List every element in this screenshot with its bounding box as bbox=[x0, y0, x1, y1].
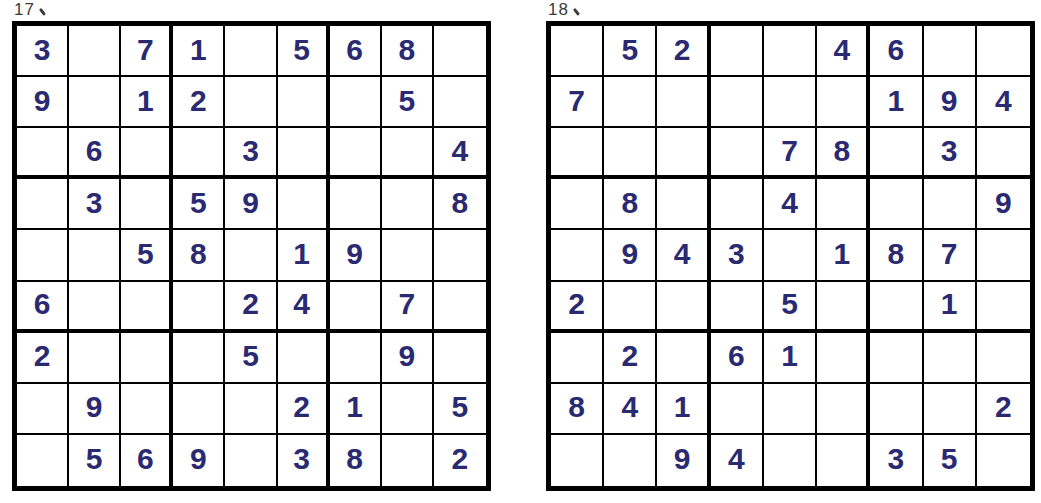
cell-r9c7[interactable]: 8 bbox=[330, 435, 382, 486]
cell-r1c6[interactable]: 4 bbox=[817, 26, 870, 77]
cell-r7c5[interactable]: 5 bbox=[225, 333, 277, 384]
given-digit: 2 bbox=[452, 444, 469, 474]
cell-r3c3[interactable] bbox=[657, 128, 710, 179]
cell-r4c1[interactable] bbox=[551, 179, 604, 230]
cell-r7c6[interactable] bbox=[278, 333, 330, 384]
cell-r9c7[interactable]: 3 bbox=[870, 435, 923, 486]
cell-r8c6[interactable]: 2 bbox=[278, 384, 330, 435]
cell-r9c8[interactable] bbox=[382, 435, 434, 486]
given-digit: 3 bbox=[293, 444, 310, 474]
cell-r5c6[interactable]: 1 bbox=[817, 230, 870, 281]
given-digit: 4 bbox=[674, 239, 691, 269]
cell-r8c5[interactable] bbox=[764, 384, 817, 435]
cell-r5c4[interactable]: 8 bbox=[173, 230, 225, 281]
cell-r6c3[interactable] bbox=[121, 282, 173, 333]
cell-r5c4[interactable]: 3 bbox=[711, 230, 764, 281]
cell-r8c6[interactable] bbox=[817, 384, 870, 435]
given-digit: 2 bbox=[293, 392, 310, 422]
given-digit: 3 bbox=[941, 136, 958, 166]
given-digit: 1 bbox=[674, 392, 691, 422]
cell-r5c7[interactable]: 8 bbox=[870, 230, 923, 281]
cell-r2c4[interactable]: 2 bbox=[173, 77, 225, 128]
cell-r5c6[interactable]: 1 bbox=[278, 230, 330, 281]
cell-r2c9[interactable] bbox=[434, 77, 486, 128]
given-digit: 5 bbox=[293, 35, 310, 65]
given-digit: 4 bbox=[781, 188, 798, 218]
given-digit: 2 bbox=[621, 341, 638, 371]
cell-r2c3[interactable]: 1 bbox=[121, 77, 173, 128]
given-digit: 5 bbox=[621, 35, 638, 65]
sudoku-board-18: 5246719478384994318725126184129435 bbox=[546, 21, 1035, 491]
cell-r9c1[interactable] bbox=[551, 435, 604, 486]
cell-r4c6[interactable] bbox=[278, 179, 330, 230]
cell-r8c1[interactable] bbox=[17, 384, 69, 435]
given-digit: 5 bbox=[86, 444, 103, 474]
given-digit: 3 bbox=[86, 188, 103, 218]
given-digit: 5 bbox=[781, 289, 798, 319]
given-digit: 8 bbox=[833, 136, 850, 166]
cell-r7c3[interactable] bbox=[657, 333, 710, 384]
given-digit: 2 bbox=[995, 392, 1012, 422]
cell-r4c9[interactable]: 9 bbox=[977, 179, 1030, 230]
given-digit: 8 bbox=[621, 188, 638, 218]
cell-r6c6[interactable]: 4 bbox=[278, 282, 330, 333]
cell-r1c7[interactable]: 6 bbox=[870, 26, 923, 77]
cell-r1c8[interactable] bbox=[924, 26, 977, 77]
cell-r7c7[interactable] bbox=[330, 333, 382, 384]
cell-r9c5[interactable] bbox=[764, 435, 817, 486]
given-digit: 9 bbox=[34, 86, 51, 116]
given-digit: 1 bbox=[190, 35, 207, 65]
given-digit: 8 bbox=[190, 239, 207, 269]
cell-r8c2[interactable]: 4 bbox=[604, 384, 657, 435]
cell-r5c3[interactable]: 4 bbox=[657, 230, 710, 281]
cell-r6c5[interactable]: 5 bbox=[764, 282, 817, 333]
given-digit: 9 bbox=[346, 239, 363, 269]
cell-r8c5[interactable] bbox=[225, 384, 277, 435]
given-digit: 7 bbox=[941, 239, 958, 269]
given-digit: 7 bbox=[781, 136, 798, 166]
cell-r8c9[interactable]: 5 bbox=[434, 384, 486, 435]
puzzle-17-label: 17 bbox=[14, 0, 47, 20]
cell-r6c3[interactable] bbox=[657, 282, 710, 333]
cell-r2c1[interactable]: 9 bbox=[17, 77, 69, 128]
given-digit: 6 bbox=[34, 289, 51, 319]
cell-r3c4[interactable] bbox=[173, 128, 225, 179]
cell-r7c9[interactable] bbox=[977, 333, 1030, 384]
cell-r8c7[interactable]: 1 bbox=[330, 384, 382, 435]
cell-r3c8[interactable]: 3 bbox=[924, 128, 977, 179]
cell-r4c3[interactable] bbox=[121, 179, 173, 230]
cell-r6c4[interactable] bbox=[711, 282, 764, 333]
given-digit: 4 bbox=[293, 289, 310, 319]
given-digit: 9 bbox=[941, 86, 958, 116]
cell-r8c7[interactable] bbox=[870, 384, 923, 435]
puzzle-18-number: 18 bbox=[548, 0, 569, 20]
cell-r7c2[interactable]: 2 bbox=[604, 333, 657, 384]
cell-r7c8[interactable]: 9 bbox=[382, 333, 434, 384]
given-digit: 4 bbox=[995, 86, 1012, 116]
cell-r2c5[interactable] bbox=[225, 77, 277, 128]
cell-r7c1[interactable]: 2 bbox=[17, 333, 69, 384]
cell-r2c7[interactable] bbox=[330, 77, 382, 128]
cell-r6c9[interactable] bbox=[434, 282, 486, 333]
cell-r8c3[interactable]: 1 bbox=[657, 384, 710, 435]
cell-r4c6[interactable] bbox=[817, 179, 870, 230]
cell-r1c3[interactable]: 7 bbox=[121, 26, 173, 77]
cell-r9c9[interactable]: 2 bbox=[434, 435, 486, 486]
cell-r1c7[interactable]: 6 bbox=[330, 26, 382, 77]
puzzle-18-label: 18 bbox=[548, 0, 581, 20]
given-digit: 6 bbox=[346, 35, 363, 65]
cell-r7c4[interactable]: 6 bbox=[711, 333, 764, 384]
cell-r9c2[interactable]: 5 bbox=[69, 435, 121, 486]
cell-r6c2[interactable] bbox=[69, 282, 121, 333]
cell-r3c9[interactable] bbox=[977, 128, 1030, 179]
cell-r4c4[interactable] bbox=[711, 179, 764, 230]
cell-r9c5[interactable] bbox=[225, 435, 277, 486]
cell-r4c3[interactable] bbox=[657, 179, 710, 230]
cell-r1c5[interactable] bbox=[225, 26, 277, 77]
cell-r2c6[interactable] bbox=[278, 77, 330, 128]
cell-r8c8[interactable] bbox=[924, 384, 977, 435]
cell-r3c9[interactable]: 4 bbox=[434, 128, 486, 179]
cell-r3c7[interactable] bbox=[330, 128, 382, 179]
cell-r6c8[interactable]: 7 bbox=[382, 282, 434, 333]
given-digit: 8 bbox=[398, 35, 415, 65]
cell-r7c2[interactable] bbox=[69, 333, 121, 384]
cell-r2c4[interactable] bbox=[711, 77, 764, 128]
cell-r3c6[interactable]: 8 bbox=[817, 128, 870, 179]
cell-r9c8[interactable]: 5 bbox=[924, 435, 977, 486]
given-digit: 9 bbox=[242, 188, 259, 218]
given-digit: 5 bbox=[242, 341, 259, 371]
given-digit: 8 bbox=[452, 188, 469, 218]
cell-r9c3[interactable]: 6 bbox=[121, 435, 173, 486]
cell-r1c9[interactable] bbox=[434, 26, 486, 77]
cell-r8c4[interactable] bbox=[173, 384, 225, 435]
given-digit: 6 bbox=[728, 341, 745, 371]
given-digit: 3 bbox=[34, 35, 51, 65]
cell-r5c1[interactable] bbox=[551, 230, 604, 281]
given-digit: 5 bbox=[190, 188, 207, 218]
cell-r4c5[interactable]: 9 bbox=[225, 179, 277, 230]
cell-r1c4[interactable] bbox=[711, 26, 764, 77]
cell-r3c4[interactable] bbox=[711, 128, 764, 179]
cell-r7c3[interactable] bbox=[121, 333, 173, 384]
cell-r1c1[interactable] bbox=[551, 26, 604, 77]
given-digit: 5 bbox=[452, 392, 469, 422]
cell-r6c5[interactable]: 2 bbox=[225, 282, 277, 333]
cell-r5c1[interactable] bbox=[17, 230, 69, 281]
given-digit: 6 bbox=[137, 444, 154, 474]
cell-r3c5[interactable]: 7 bbox=[764, 128, 817, 179]
cell-r5c2[interactable] bbox=[69, 230, 121, 281]
cell-r5c9[interactable] bbox=[977, 230, 1030, 281]
cell-r2c1[interactable]: 7 bbox=[551, 77, 604, 128]
given-digit: 4 bbox=[728, 444, 745, 474]
cell-r7c6[interactable] bbox=[817, 333, 870, 384]
cell-r6c8[interactable]: 1 bbox=[924, 282, 977, 333]
cell-r6c2[interactable] bbox=[604, 282, 657, 333]
cell-r4c8[interactable] bbox=[382, 179, 434, 230]
cell-r9c2[interactable] bbox=[604, 435, 657, 486]
given-digit: 5 bbox=[137, 239, 154, 269]
cell-r1c2[interactable] bbox=[69, 26, 121, 77]
cell-r5c2[interactable]: 9 bbox=[604, 230, 657, 281]
cell-r3c2[interactable]: 6 bbox=[69, 128, 121, 179]
cell-r7c7[interactable] bbox=[870, 333, 923, 384]
cell-r7c4[interactable] bbox=[173, 333, 225, 384]
cell-r1c3[interactable]: 2 bbox=[657, 26, 710, 77]
cell-r5c5[interactable] bbox=[764, 230, 817, 281]
cell-r1c8[interactable]: 8 bbox=[382, 26, 434, 77]
cell-r5c3[interactable]: 5 bbox=[121, 230, 173, 281]
cell-r2c6[interactable] bbox=[817, 77, 870, 128]
puzzle-17-number: 17 bbox=[14, 0, 35, 20]
cell-r5c5[interactable] bbox=[225, 230, 277, 281]
cell-r6c4[interactable] bbox=[173, 282, 225, 333]
sudoku-board-17: 37156891256343598581962472599215569382 bbox=[12, 21, 491, 491]
given-digit: 9 bbox=[86, 392, 103, 422]
given-digit: 2 bbox=[674, 35, 691, 65]
cell-r7c1[interactable] bbox=[551, 333, 604, 384]
cell-r4c7[interactable] bbox=[330, 179, 382, 230]
given-digit: 1 bbox=[888, 86, 905, 116]
cell-r4c7[interactable] bbox=[870, 179, 923, 230]
given-digit: 1 bbox=[137, 86, 154, 116]
cell-r9c9[interactable] bbox=[977, 435, 1030, 486]
cell-r5c9[interactable] bbox=[434, 230, 486, 281]
cell-r6c1[interactable]: 2 bbox=[551, 282, 604, 333]
cell-r9c4[interactable]: 4 bbox=[711, 435, 764, 486]
given-digit: 9 bbox=[190, 444, 207, 474]
cell-r2c7[interactable]: 1 bbox=[870, 77, 923, 128]
given-digit: 2 bbox=[34, 341, 51, 371]
cell-r6c7[interactable] bbox=[870, 282, 923, 333]
cell-r2c3[interactable] bbox=[657, 77, 710, 128]
cell-r6c1[interactable]: 6 bbox=[17, 282, 69, 333]
given-digit: 6 bbox=[86, 136, 103, 166]
cell-r2c2[interactable] bbox=[604, 77, 657, 128]
cell-r2c9[interactable]: 4 bbox=[977, 77, 1030, 128]
given-digit: 2 bbox=[190, 86, 207, 116]
cell-r4c2[interactable]: 8 bbox=[604, 179, 657, 230]
cell-r2c8[interactable]: 9 bbox=[924, 77, 977, 128]
given-digit: 8 bbox=[888, 239, 905, 269]
cell-r1c9[interactable] bbox=[977, 26, 1030, 77]
cell-r5c7[interactable]: 9 bbox=[330, 230, 382, 281]
cell-r2c2[interactable] bbox=[69, 77, 121, 128]
cell-r4c2[interactable]: 3 bbox=[69, 179, 121, 230]
given-digit: 9 bbox=[674, 444, 691, 474]
cell-r8c8[interactable] bbox=[382, 384, 434, 435]
cell-r4c9[interactable]: 8 bbox=[434, 179, 486, 230]
cell-r3c2[interactable] bbox=[604, 128, 657, 179]
cell-r5c8[interactable]: 7 bbox=[924, 230, 977, 281]
cell-r9c1[interactable] bbox=[17, 435, 69, 486]
cell-r1c4[interactable]: 1 bbox=[173, 26, 225, 77]
given-digit: 4 bbox=[621, 392, 638, 422]
cell-r6c7[interactable] bbox=[330, 282, 382, 333]
cell-r1c1[interactable]: 3 bbox=[17, 26, 69, 77]
given-digit: 7 bbox=[398, 289, 415, 319]
given-digit: 4 bbox=[452, 136, 469, 166]
enumeration-comma-icon bbox=[40, 8, 47, 15]
cell-r1c2[interactable]: 5 bbox=[604, 26, 657, 77]
given-digit: 5 bbox=[941, 444, 958, 474]
given-digit: 2 bbox=[242, 289, 259, 319]
cell-r8c2[interactable]: 9 bbox=[69, 384, 121, 435]
given-digit: 3 bbox=[242, 136, 259, 166]
cell-r7c8[interactable] bbox=[924, 333, 977, 384]
given-digit: 7 bbox=[568, 86, 585, 116]
cell-r1c6[interactable]: 5 bbox=[278, 26, 330, 77]
given-digit: 1 bbox=[781, 341, 798, 371]
cell-r3c8[interactable] bbox=[382, 128, 434, 179]
cell-r9c4[interactable]: 9 bbox=[173, 435, 225, 486]
cell-r4c4[interactable]: 5 bbox=[173, 179, 225, 230]
cell-r3c6[interactable] bbox=[278, 128, 330, 179]
enumeration-comma-icon bbox=[574, 8, 581, 15]
given-digit: 8 bbox=[568, 392, 585, 422]
cell-r3c3[interactable] bbox=[121, 128, 173, 179]
given-digit: 1 bbox=[346, 392, 363, 422]
given-digit: 1 bbox=[941, 289, 958, 319]
given-digit: 9 bbox=[995, 188, 1012, 218]
cell-r4c1[interactable] bbox=[17, 179, 69, 230]
given-digit: 3 bbox=[888, 444, 905, 474]
given-digit: 5 bbox=[398, 86, 415, 116]
cell-r9c6[interactable]: 3 bbox=[278, 435, 330, 486]
cell-r8c4[interactable] bbox=[711, 384, 764, 435]
cell-r7c9[interactable] bbox=[434, 333, 486, 384]
cell-r3c5[interactable]: 3 bbox=[225, 128, 277, 179]
given-digit: 7 bbox=[137, 35, 154, 65]
cell-r3c1[interactable] bbox=[17, 128, 69, 179]
given-digit: 9 bbox=[398, 341, 415, 371]
given-digit: 6 bbox=[888, 35, 905, 65]
cell-r4c5[interactable]: 4 bbox=[764, 179, 817, 230]
given-digit: 4 bbox=[833, 35, 850, 65]
cell-r3c7[interactable] bbox=[870, 128, 923, 179]
given-digit: 1 bbox=[293, 239, 310, 269]
cell-r3c1[interactable] bbox=[551, 128, 604, 179]
given-digit: 3 bbox=[728, 239, 745, 269]
cell-r9c6[interactable] bbox=[817, 435, 870, 486]
cell-r2c5[interactable] bbox=[764, 77, 817, 128]
cell-r6c6[interactable] bbox=[817, 282, 870, 333]
cell-r7c5[interactable]: 1 bbox=[764, 333, 817, 384]
cell-r5c8[interactable] bbox=[382, 230, 434, 281]
given-digit: 9 bbox=[621, 239, 638, 269]
cell-r4c8[interactable] bbox=[924, 179, 977, 230]
cell-r6c9[interactable] bbox=[977, 282, 1030, 333]
cell-r2c8[interactable]: 5 bbox=[382, 77, 434, 128]
given-digit: 2 bbox=[568, 289, 585, 319]
given-digit: 8 bbox=[346, 444, 363, 474]
cell-r8c9[interactable]: 2 bbox=[977, 384, 1030, 435]
cell-r8c1[interactable]: 8 bbox=[551, 384, 604, 435]
cell-r8c3[interactable] bbox=[121, 384, 173, 435]
cell-r9c3[interactable]: 9 bbox=[657, 435, 710, 486]
given-digit: 1 bbox=[833, 239, 850, 269]
cell-r1c5[interactable] bbox=[764, 26, 817, 77]
